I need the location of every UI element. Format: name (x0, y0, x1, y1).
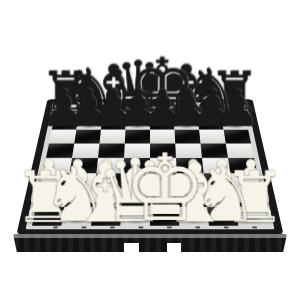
board-front-edge (13, 234, 287, 252)
clasp-notch-left (124, 243, 139, 252)
clasp-notch-right (167, 243, 181, 252)
board-perspective-wrapper: ♜♞♝♛♚♝♞♜♟♟♟♟♟♟♟♟♟♟♟♟♟♟♟♟♜♞♝♛♚♝♞♜ (0, 0, 300, 300)
board-inner-margin: ♜♞♝♛♚♝♞♜♟♟♟♟♟♟♟♟♟♟♟♟♟♟♟♟♜♞♝♛♚♝♞♜ (26, 102, 275, 229)
piece-white-king: ♚ (124, 143, 207, 235)
square-e1: ♚ (150, 207, 179, 226)
board-grid: ♜♞♝♛♚♝♞♜♟♟♟♟♟♟♟♟♟♟♟♟♟♟♟♟♜♞♝♛♚♝♞♜ (32, 105, 268, 226)
square-h7: ♟ (222, 117, 249, 130)
chess-board: ♜♞♝♛♚♝♞♜♟♟♟♟♟♟♟♟♟♟♟♟♟♟♟♟♜♞♝♛♚♝♞♜ (16, 99, 283, 234)
board-front-edge-highlight (13, 234, 287, 238)
product-photo: ♜♞♝♛♚♝♞♜♟♟♟♟♟♟♟♟♟♟♟♟♟♟♟♟♜♞♝♛♚♝♞♜ (0, 0, 300, 300)
piece-black-pawn: ♟ (214, 83, 260, 134)
